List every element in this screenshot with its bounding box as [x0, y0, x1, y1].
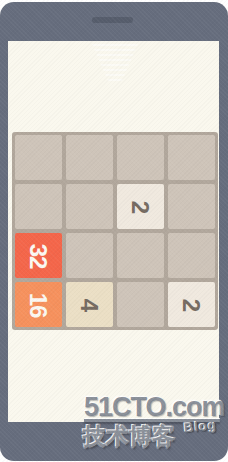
cell-empty — [168, 135, 215, 180]
cell-empty — [66, 135, 113, 180]
tile-16: 16 — [15, 282, 62, 327]
cell-empty — [66, 233, 113, 278]
tile-value: 32 — [26, 243, 50, 268]
tile-value: 4 — [77, 298, 101, 310]
cell-empty — [117, 233, 164, 278]
cell-empty — [15, 135, 62, 180]
game-screen: 2321642 — [8, 41, 219, 422]
cell-empty — [117, 135, 164, 180]
speaker-slot-icon — [92, 17, 133, 23]
screenshot: 2321642 51CTO.com 技术博客 Blog — [0, 0, 228, 462]
tile-value: 2 — [128, 200, 152, 212]
cell-empty — [66, 184, 113, 229]
watermark-brand: 51CTO.com — [84, 393, 225, 421]
tile-4: 4 — [66, 282, 113, 327]
cell-empty — [168, 184, 215, 229]
watermark-tagline: 技术博客 — [83, 425, 175, 448]
tile-2: 2 — [168, 282, 215, 327]
cell-empty — [117, 282, 164, 327]
screen-glare — [92, 44, 138, 82]
tile-32: 32 — [15, 233, 62, 278]
tile-value: 2 — [179, 298, 203, 310]
watermark-badge: Blog — [183, 418, 217, 436]
cell-empty — [168, 233, 215, 278]
board[interactable]: 2321642 — [12, 132, 218, 330]
cell-empty — [15, 184, 62, 229]
tile-value: 16 — [26, 292, 50, 317]
tile-2: 2 — [117, 184, 164, 229]
